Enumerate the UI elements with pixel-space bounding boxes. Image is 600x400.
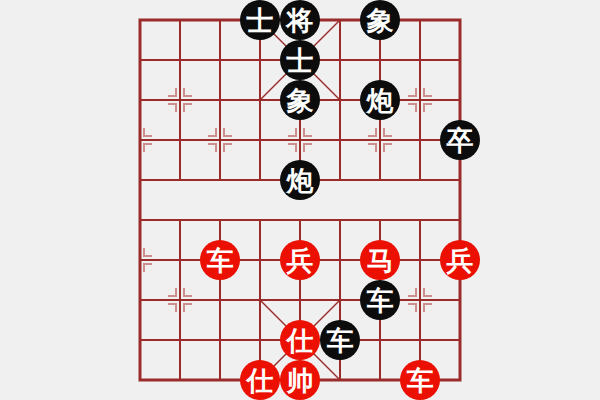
piece-red-chariot[interactable]: 车	[400, 360, 440, 400]
piece-black-general[interactable]: 将	[280, 0, 320, 40]
piece-black-elephant[interactable]: 象	[280, 80, 320, 120]
piece-black-advisor[interactable]: 士	[240, 0, 280, 40]
piece-black-cannon[interactable]: 炮	[280, 160, 320, 200]
piece-black-cannon[interactable]: 炮	[360, 80, 400, 120]
piece-red-pawn[interactable]: 兵	[280, 240, 320, 280]
board-surface[interactable]: 车兵马兵仕仕帅车士将象士象炮卒炮车车	[120, 0, 480, 400]
xiangqi-app: 车兵马兵仕仕帅车士将象士象炮卒炮车车	[0, 0, 600, 400]
piece-red-horse[interactable]: 马	[360, 240, 400, 280]
piece-black-chariot[interactable]: 车	[320, 320, 360, 360]
piece-red-pawn[interactable]: 兵	[440, 240, 480, 280]
piece-black-pawn[interactable]: 卒	[440, 120, 480, 160]
piece-red-general[interactable]: 帅	[280, 360, 320, 400]
piece-black-elephant[interactable]: 象	[360, 0, 400, 40]
piece-red-advisor[interactable]: 仕	[280, 320, 320, 360]
piece-red-advisor[interactable]: 仕	[240, 360, 280, 400]
piece-black-advisor[interactable]: 士	[280, 40, 320, 80]
piece-black-chariot[interactable]: 车	[360, 280, 400, 320]
piece-red-chariot[interactable]: 车	[200, 240, 240, 280]
